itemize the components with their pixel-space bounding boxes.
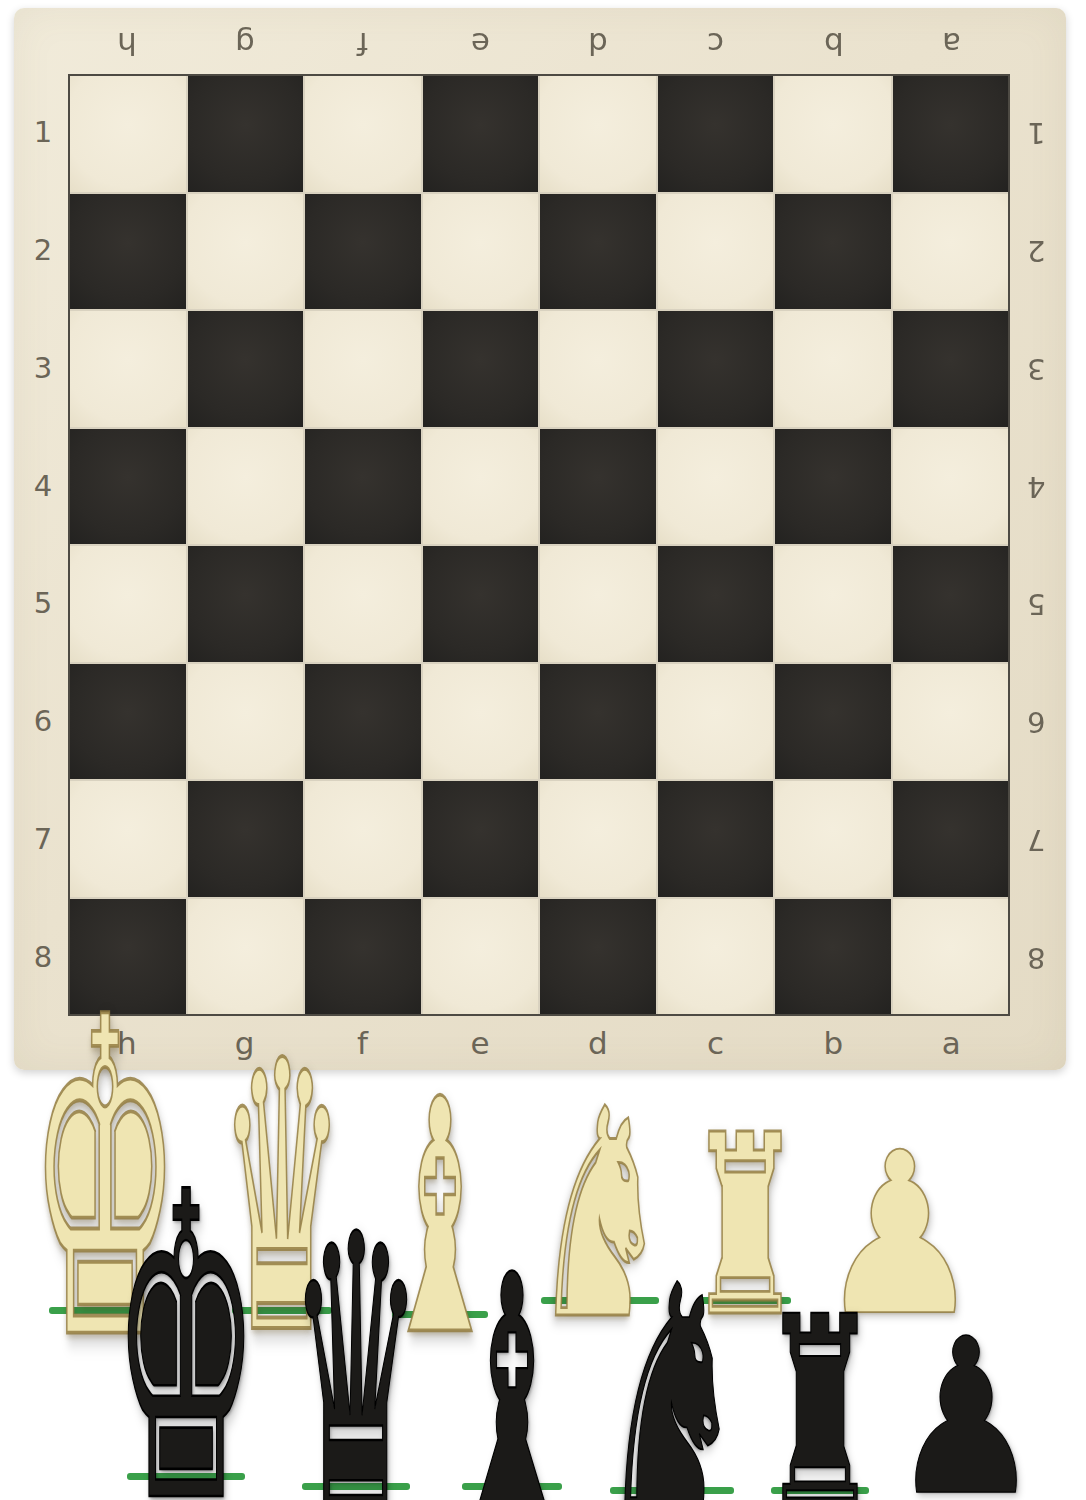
chessboard-mat: hgfedcba 12345678 12345678 hgfedcba [14,8,1066,1070]
square-c3[interactable] [658,311,774,427]
square-d7[interactable] [540,781,656,897]
square-d5[interactable] [540,546,656,662]
square-f6[interactable] [305,664,421,780]
rank-labels-left: 12345678 [20,74,66,1016]
square-b1[interactable] [775,76,891,192]
chessboard [68,74,1010,1016]
rank-labels-right: 12345678 [1012,74,1060,1016]
rank-right-label-1: 1 [1012,74,1060,192]
rank-right-label-2: 2 [1012,192,1060,310]
square-g1[interactable] [188,76,304,192]
product-photo-stage: hgfedcba 12345678 12345678 hgfedcba ♚♛♝♞… [0,0,1086,1500]
square-a1[interactable] [893,76,1009,192]
square-b7[interactable] [775,781,891,897]
square-b4[interactable] [775,429,891,545]
square-h6[interactable] [70,664,186,780]
square-c5[interactable] [658,546,774,662]
file-top-label-c: c [657,14,775,72]
square-g4[interactable] [188,429,304,545]
square-g5[interactable] [188,546,304,662]
file-top-label-e: e [421,14,539,72]
file-top-label-g: g [186,14,304,72]
black-knight-piece[interactable]: ♞ [598,1246,746,1500]
square-g6[interactable] [188,664,304,780]
square-b6[interactable] [775,664,891,780]
rank-right-label-7: 7 [1012,781,1060,899]
square-f7[interactable] [305,781,421,897]
square-a5[interactable] [893,546,1009,662]
rank-left-label-5: 5 [20,545,66,663]
square-b3[interactable] [775,311,891,427]
rank-right-label-4: 4 [1012,427,1060,545]
square-d2[interactable] [540,194,656,310]
square-e7[interactable] [423,781,539,897]
square-g2[interactable] [188,194,304,310]
file-top-label-d: d [539,14,657,72]
square-e2[interactable] [423,194,539,310]
square-d1[interactable] [540,76,656,192]
square-c2[interactable] [658,194,774,310]
rank-right-label-6: 6 [1012,663,1060,781]
square-b2[interactable] [775,194,891,310]
square-e4[interactable] [423,429,539,545]
square-h2[interactable] [70,194,186,310]
square-e3[interactable] [423,311,539,427]
rank-right-label-3: 3 [1012,310,1060,428]
square-c7[interactable] [658,781,774,897]
black-king-piece[interactable]: ♚ [112,1140,260,1500]
square-a7[interactable] [893,781,1009,897]
square-c8[interactable] [658,899,774,1015]
square-e5[interactable] [423,546,539,662]
black-bishop-piece[interactable]: ♝ [450,1235,574,1500]
square-g7[interactable] [188,781,304,897]
rank-left-label-3: 3 [20,310,66,428]
rank-left-label-7: 7 [20,781,66,899]
square-f2[interactable] [305,194,421,310]
black-rook-piece[interactable]: ♜ [761,1282,879,1500]
square-e1[interactable] [423,76,539,192]
square-h7[interactable] [70,781,186,897]
square-a3[interactable] [893,311,1009,427]
file-bottom-label-a: a [892,1018,1010,1068]
rank-right-label-5: 5 [1012,545,1060,663]
square-f1[interactable] [305,76,421,192]
square-h3[interactable] [70,311,186,427]
rank-left-label-6: 6 [20,663,66,781]
square-b5[interactable] [775,546,891,662]
black-queen-piece[interactable]: ♛ [289,1186,423,1500]
black-pawn-piece[interactable]: ♟ [891,1310,1042,1500]
square-c4[interactable] [658,429,774,545]
square-d4[interactable] [540,429,656,545]
square-d3[interactable] [540,311,656,427]
square-f5[interactable] [305,546,421,662]
square-d8[interactable] [540,899,656,1015]
rank-left-label-1: 1 [20,74,66,192]
square-c1[interactable] [658,76,774,192]
square-e6[interactable] [423,664,539,780]
square-g3[interactable] [188,311,304,427]
square-b8[interactable] [775,899,891,1015]
square-d6[interactable] [540,664,656,780]
square-h4[interactable] [70,429,186,545]
rank-left-label-4: 4 [20,427,66,545]
square-h1[interactable] [70,76,186,192]
square-a2[interactable] [893,194,1009,310]
square-a4[interactable] [893,429,1009,545]
square-a8[interactable] [893,899,1009,1015]
file-top-label-b: b [775,14,893,72]
rank-right-label-8: 8 [1012,898,1060,1016]
square-c6[interactable] [658,664,774,780]
square-f3[interactable] [305,311,421,427]
square-a6[interactable] [893,664,1009,780]
square-f4[interactable] [305,429,421,545]
file-labels-top: hgfedcba [68,14,1010,72]
file-bottom-label-b: b [775,1018,893,1068]
file-top-label-f: f [304,14,422,72]
rank-left-label-2: 2 [20,192,66,310]
square-e8[interactable] [423,899,539,1015]
file-top-label-a: a [892,14,1010,72]
square-h5[interactable] [70,546,186,662]
file-bottom-label-c: c [657,1018,775,1068]
file-top-label-h: h [68,14,186,72]
